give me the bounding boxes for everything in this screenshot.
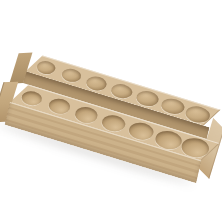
mancala-board	[2, 47, 222, 190]
photo-background	[0, 0, 222, 222]
pit-r0-c0[interactable]	[35, 59, 59, 76]
pit-r1-c0[interactable]	[20, 89, 45, 107]
